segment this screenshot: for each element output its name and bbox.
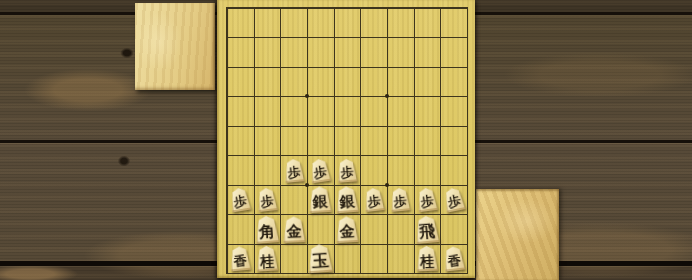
star-point <box>305 94 309 98</box>
piece-kanji: 銀 <box>339 194 355 210</box>
shogi-piece-knight-2i[interactable]: 桂 <box>416 246 438 272</box>
shogi-piece-silver-6g[interactable]: 銀 <box>309 186 332 213</box>
shogi-piece-silver-5g[interactable]: 銀 <box>335 186 359 213</box>
shogi-piece-pawn-2g[interactable]: 歩 <box>416 187 438 212</box>
piece-face: 歩 <box>416 187 438 212</box>
shogi-piece-pawn-7f[interactable]: 歩 <box>283 158 304 183</box>
shogi-piece-pawn-4g[interactable]: 歩 <box>363 187 384 212</box>
piece-face: 飛 <box>414 215 439 244</box>
shogi-piece-lance-1i[interactable]: 香 <box>442 246 464 272</box>
piece-face: 香 <box>229 246 251 272</box>
shogi-piece-knight-8i[interactable]: 桂 <box>256 246 278 272</box>
piece-kanji: 歩 <box>446 194 461 209</box>
shogi-piece-lance-9i[interactable]: 香 <box>229 246 251 272</box>
piece-face: 歩 <box>256 187 277 212</box>
piece-face: 桂 <box>416 246 438 272</box>
piece-kanji: 玉 <box>311 252 329 270</box>
shogi-piece-gold-7h[interactable]: 金 <box>282 216 305 243</box>
piece-kanji: 歩 <box>340 166 354 180</box>
piece-face: 歩 <box>442 187 465 213</box>
shogi-piece-rook-2h[interactable]: 飛 <box>414 215 439 244</box>
piece-face: 歩 <box>283 158 304 183</box>
piece-kanji: 銀 <box>313 194 329 210</box>
piece-kanji: 桂 <box>260 253 275 268</box>
shogi-piece-gold-5h[interactable]: 金 <box>335 216 358 243</box>
piece-face: 歩 <box>390 188 411 213</box>
piece-face: 歩 <box>309 158 331 183</box>
shogi-piece-pawn-8g[interactable]: 歩 <box>256 187 277 212</box>
star-point <box>385 183 389 187</box>
komadai-left[interactable] <box>135 3 215 90</box>
shogi-piece-king-6i[interactable]: 玉 <box>307 244 333 274</box>
piece-face: 銀 <box>335 186 359 213</box>
piece-face: 金 <box>335 216 358 243</box>
piece-face: 香 <box>442 246 464 272</box>
piece-kanji: 香 <box>447 254 461 268</box>
piece-kanji: 金 <box>339 223 355 239</box>
piece-face: 銀 <box>309 186 332 213</box>
piece-kanji: 歩 <box>420 195 434 209</box>
shogi-piece-pawn-5f[interactable]: 歩 <box>337 158 358 182</box>
piece-kanji: 歩 <box>313 165 328 180</box>
shogi-board[interactable]: 歩歩歩歩歩銀銀歩歩歩歩角金金飛香桂玉桂香 <box>217 0 475 278</box>
piece-face: 角 <box>255 215 280 244</box>
piece-kanji: 桂 <box>420 254 434 268</box>
komadai-right[interactable] <box>476 189 559 280</box>
piece-kanji: 角 <box>259 223 276 240</box>
piece-face: 歩 <box>337 158 358 182</box>
piece-face: 玉 <box>307 244 333 274</box>
shogi-piece-bishop-8h[interactable]: 角 <box>255 215 280 244</box>
piece-kanji: 歩 <box>393 195 407 209</box>
piece-kanji: 歩 <box>367 195 381 209</box>
shogi-piece-pawn-3g[interactable]: 歩 <box>390 188 411 213</box>
piece-face: 歩 <box>363 187 384 212</box>
piece-face: 歩 <box>229 187 251 213</box>
photo-scene: { "game": "shogi", "scene": { "descripti… <box>0 0 692 280</box>
piece-kanji: 歩 <box>233 194 248 209</box>
shogi-piece-pawn-6f[interactable]: 歩 <box>309 158 331 183</box>
piece-kanji: 香 <box>233 254 247 268</box>
piece-kanji: 歩 <box>287 165 301 179</box>
piece-kanji: 飛 <box>419 223 436 240</box>
star-point <box>385 94 389 98</box>
shogi-piece-pawn-1g[interactable]: 歩 <box>442 187 465 213</box>
piece-kanji: 金 <box>286 224 302 240</box>
shogi-piece-pawn-9g[interactable]: 歩 <box>229 187 251 213</box>
piece-face: 桂 <box>256 246 278 272</box>
piece-kanji: 歩 <box>260 195 274 209</box>
piece-face: 金 <box>282 216 305 243</box>
